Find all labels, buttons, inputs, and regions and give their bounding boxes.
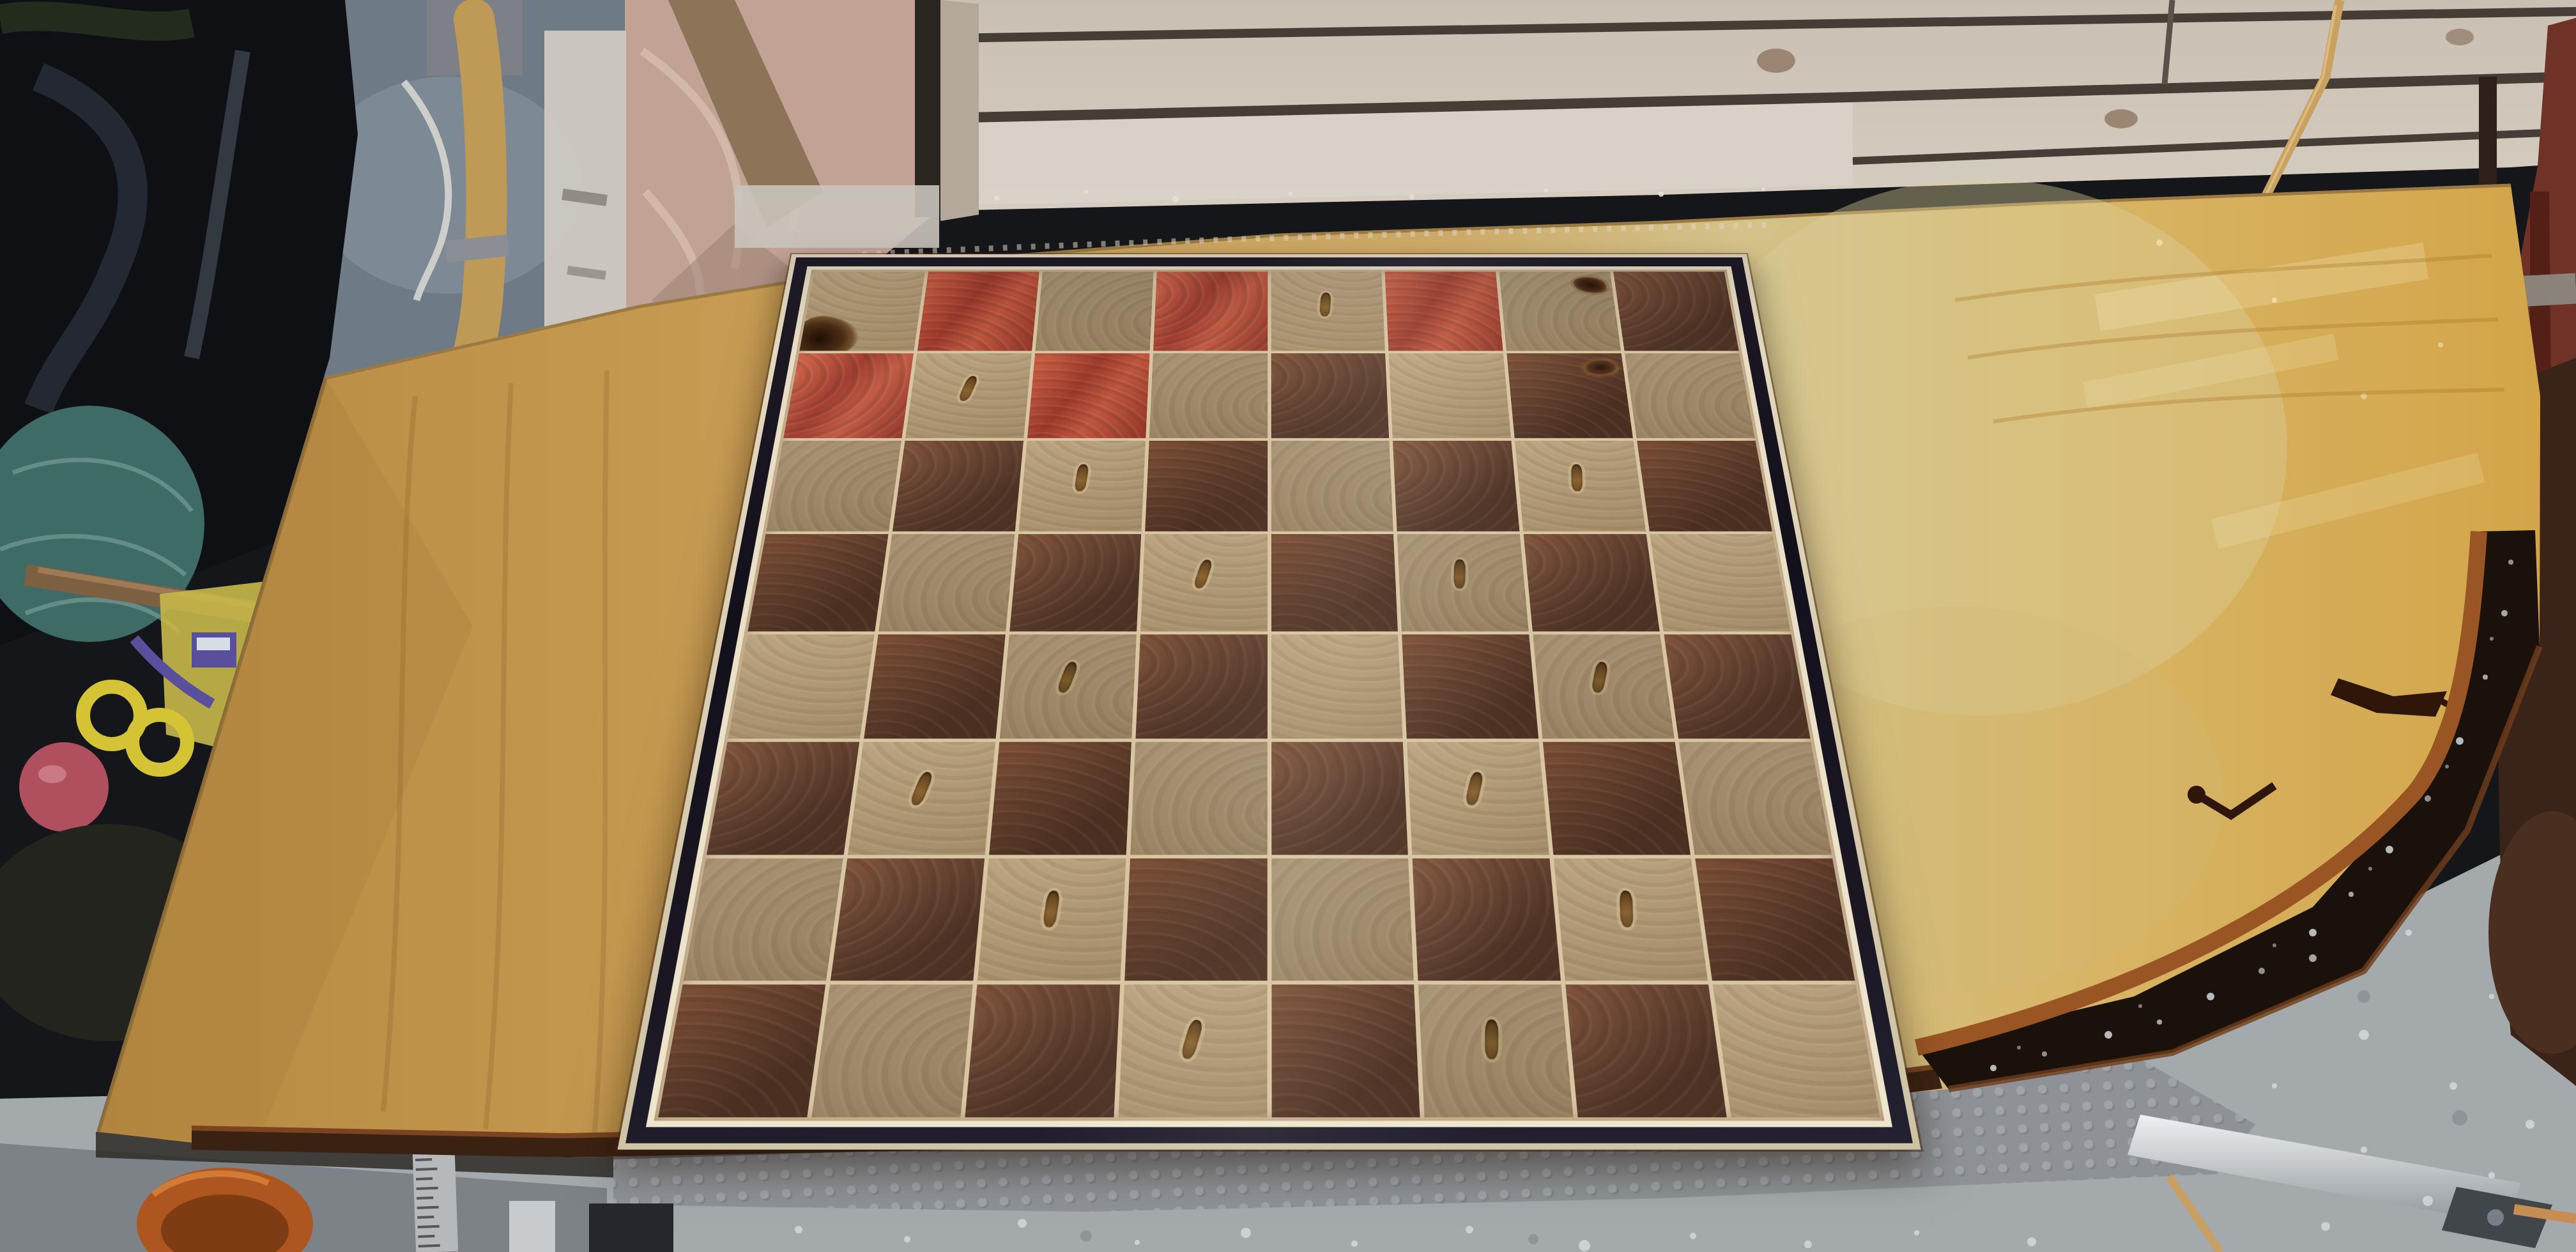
square-g2	[1554, 859, 1708, 981]
square-d7	[1149, 353, 1268, 438]
square-e7	[1271, 353, 1389, 438]
pink-ball	[19, 742, 109, 832]
square-d2	[1124, 859, 1267, 981]
board-grid	[654, 270, 1884, 1120]
square-b4	[864, 634, 1006, 739]
square-e8	[1271, 271, 1385, 351]
square-d1	[1118, 984, 1267, 1117]
square-d8	[1153, 271, 1268, 351]
leg-strip	[509, 1201, 555, 1252]
square-d6	[1145, 441, 1268, 531]
square-d5	[1140, 534, 1268, 631]
square-a2	[684, 859, 843, 981]
square-a8	[799, 271, 924, 351]
square-c8	[1035, 271, 1153, 351]
square-b5	[878, 534, 1015, 631]
square-h3	[1679, 742, 1832, 855]
masonry-block	[735, 185, 939, 248]
pink-ball-highlight	[38, 765, 66, 783]
square-h4	[1664, 634, 1810, 739]
square-b7	[905, 353, 1032, 438]
green-hose	[0, 16, 192, 26]
square-c3	[989, 742, 1131, 855]
square-f4	[1402, 634, 1538, 739]
square-c7	[1027, 353, 1149, 438]
square-g4	[1533, 634, 1675, 739]
square-g7	[1507, 353, 1634, 438]
square-e1	[1271, 984, 1420, 1117]
lumber-end-face	[940, 0, 979, 221]
square-g3	[1543, 742, 1690, 855]
board-black-border	[625, 257, 1913, 1143]
board-outer-cream-line	[617, 254, 1920, 1150]
end-grain-chessboard	[617, 254, 1920, 1150]
square-h6	[1637, 441, 1772, 531]
square-g8	[1499, 271, 1621, 351]
square-b6	[893, 441, 1023, 531]
square-a4	[728, 634, 874, 739]
white-panel	[544, 31, 626, 349]
square-f3	[1407, 742, 1549, 855]
table-leg	[589, 1203, 673, 1252]
square-g5	[1524, 534, 1660, 631]
square-f1	[1418, 984, 1574, 1117]
square-b2	[831, 859, 985, 981]
rivet	[2487, 1209, 2504, 1226]
square-f2	[1413, 859, 1561, 981]
label-patch	[197, 637, 230, 650]
square-h2	[1695, 859, 1855, 981]
square-a7	[783, 353, 914, 438]
square-c4	[999, 634, 1136, 739]
square-g1	[1566, 984, 1727, 1117]
slab-crack-knot	[2188, 786, 2205, 804]
square-h7	[1625, 353, 1755, 438]
square-a5	[747, 534, 888, 631]
lumber-knot	[2104, 109, 2138, 128]
square-e2	[1271, 859, 1414, 981]
square-e4	[1271, 634, 1403, 739]
square-f7	[1389, 353, 1511, 438]
lumber-knot	[1757, 49, 1795, 73]
square-c5	[1009, 534, 1141, 631]
square-a1	[658, 984, 825, 1117]
square-f5	[1397, 534, 1529, 631]
square-d4	[1135, 634, 1267, 739]
square-e3	[1271, 742, 1409, 855]
square-e5	[1271, 534, 1398, 631]
square-b1	[811, 984, 972, 1117]
metal-ruler	[412, 1141, 458, 1252]
square-h5	[1650, 534, 1791, 631]
square-a3	[707, 742, 859, 855]
square-h8	[1613, 271, 1738, 351]
square-c2	[977, 859, 1126, 981]
square-a6	[766, 441, 901, 531]
lumber-knot	[2446, 29, 2474, 45]
square-f8	[1385, 271, 1503, 351]
square-b3	[848, 742, 995, 855]
square-c6	[1018, 441, 1145, 531]
square-d3	[1130, 742, 1268, 855]
square-f6	[1393, 441, 1519, 531]
square-e6	[1271, 441, 1393, 531]
square-h1	[1713, 984, 1880, 1117]
square-b8	[917, 271, 1039, 351]
workshop-photo	[0, 0, 2576, 1252]
board-inner-cream-line	[646, 266, 1892, 1127]
square-g6	[1515, 441, 1646, 531]
square-c1	[965, 984, 1120, 1117]
